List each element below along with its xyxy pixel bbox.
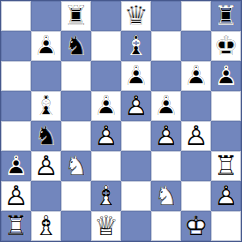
square-f5[interactable]: ♟♙ (151, 91, 181, 121)
black-pawn-fill-glyph: ♟ (151, 91, 181, 121)
white-pawn[interactable]: ♟♙ (91, 121, 121, 151)
square-c4[interactable] (61, 121, 91, 151)
square-b3[interactable]: ♟♙ (31, 151, 61, 181)
black-pawn-outline-glyph: ♙ (151, 91, 181, 121)
square-b5[interactable]: ♝♗ (31, 91, 61, 121)
black-pawn[interactable]: ♟♙ (1, 151, 31, 181)
white-pawn[interactable]: ♟♙ (31, 151, 61, 181)
white-pawn-fill-glyph: ♟ (1, 181, 31, 211)
white-bishop-fill-glyph: ♝ (91, 181, 121, 211)
white-bishop-outline-glyph: ♗ (91, 181, 121, 211)
square-a8[interactable] (1, 1, 31, 31)
black-pawn-outline-glyph: ♙ (91, 91, 121, 121)
square-f4[interactable]: ♟♙ (151, 121, 181, 151)
square-a4[interactable] (1, 121, 31, 151)
black-rook-outline-glyph: ♖ (211, 1, 241, 31)
black-pawn-fill-glyph: ♟ (181, 61, 211, 91)
square-b2[interactable] (31, 181, 61, 211)
white-rook-outline-glyph: ♖ (211, 151, 241, 181)
black-pawn[interactable]: ♟♙ (121, 61, 151, 91)
square-g1[interactable]: ♚♔ (181, 211, 211, 241)
white-bishop[interactable]: ♝♗ (31, 211, 61, 241)
white-bishop-fill-glyph: ♝ (31, 211, 61, 241)
white-rook-fill-glyph: ♜ (211, 151, 241, 181)
white-pawn[interactable]: ♟♙ (151, 121, 181, 151)
square-g8[interactable] (181, 1, 211, 31)
black-pawn-fill-glyph: ♟ (91, 91, 121, 121)
white-pawn-outline-glyph: ♙ (91, 121, 121, 151)
black-pawn-outline-glyph: ♙ (211, 61, 241, 91)
square-d5[interactable]: ♟♙ (91, 91, 121, 121)
white-pawn-fill-glyph: ♟ (91, 121, 121, 151)
square-e6[interactable]: ♟♙ (121, 61, 151, 91)
square-c1[interactable] (61, 211, 91, 241)
square-h1[interactable] (211, 211, 241, 241)
white-rook-fill-glyph: ♜ (1, 211, 31, 241)
black-pawn-fill-glyph: ♟ (31, 31, 61, 61)
square-g2[interactable] (181, 181, 211, 211)
white-pawn-outline-glyph: ♙ (31, 151, 61, 181)
square-b4[interactable]: ♞♘ (31, 121, 61, 151)
white-pawn-outline-glyph: ♙ (121, 91, 151, 121)
square-g4[interactable]: ♟♙ (181, 121, 211, 151)
black-rook[interactable]: ♜♖ (211, 1, 241, 31)
white-knight-outline-glyph: ♘ (61, 151, 91, 181)
square-e5[interactable]: ♟♙ (121, 91, 151, 121)
black-pawn-outline-glyph: ♙ (181, 61, 211, 91)
black-knight-fill-glyph: ♞ (31, 121, 61, 151)
black-pawn-fill-glyph: ♟ (1, 151, 31, 181)
square-c6[interactable] (61, 61, 91, 91)
black-king-fill-glyph: ♚ (211, 31, 241, 61)
square-f6[interactable] (151, 61, 181, 91)
black-pawn[interactable]: ♟♙ (181, 61, 211, 91)
square-e2[interactable] (121, 181, 151, 211)
black-bishop-fill-glyph: ♝ (31, 91, 61, 121)
square-g6[interactable]: ♟♙ (181, 61, 211, 91)
square-e4[interactable] (121, 121, 151, 151)
square-b8[interactable] (31, 1, 61, 31)
square-h3[interactable]: ♜♖ (211, 151, 241, 181)
square-b1[interactable]: ♝♗ (31, 211, 61, 241)
white-pawn[interactable]: ♟♙ (181, 121, 211, 151)
black-pawn-outline-glyph: ♙ (121, 61, 151, 91)
white-pawn-fill-glyph: ♟ (151, 121, 181, 151)
white-queen[interactable]: ♛♕ (91, 211, 121, 241)
square-h8[interactable]: ♜♖ (211, 1, 241, 31)
square-d8[interactable] (91, 1, 121, 31)
black-knight-outline-glyph: ♘ (31, 121, 61, 151)
white-pawn-outline-glyph: ♙ (211, 181, 241, 211)
chess-board: ♜♖♛♕♜♖♟♙♞♘♝♗♚♔♟♙♟♙♟♙♝♗♟♙♟♙♟♙♞♘♟♙♟♙♟♙♟♙♟♙… (0, 0, 242, 242)
square-c3[interactable]: ♞♘ (61, 151, 91, 181)
square-d4[interactable]: ♟♙ (91, 121, 121, 151)
black-queen-fill-glyph: ♛ (121, 1, 151, 31)
square-e8[interactable]: ♛♕ (121, 1, 151, 31)
black-pawn-fill-glyph: ♟ (121, 61, 151, 91)
white-pawn-outline-glyph: ♙ (181, 121, 211, 151)
square-f3[interactable] (151, 151, 181, 181)
white-bishop-outline-glyph: ♗ (31, 211, 61, 241)
white-pawn-fill-glyph: ♟ (121, 91, 151, 121)
square-a3[interactable]: ♟♙ (1, 151, 31, 181)
white-pawn-fill-glyph: ♟ (31, 151, 61, 181)
black-rook-fill-glyph: ♜ (61, 1, 91, 31)
square-h6[interactable]: ♟♙ (211, 61, 241, 91)
black-knight-fill-glyph: ♞ (61, 31, 91, 61)
square-a5[interactable] (1, 91, 31, 121)
square-c2[interactable] (61, 181, 91, 211)
square-g7[interactable] (181, 31, 211, 61)
square-g3[interactable] (181, 151, 211, 181)
black-pawn-fill-glyph: ♟ (211, 61, 241, 91)
white-rook[interactable]: ♜♖ (1, 211, 31, 241)
square-f7[interactable] (151, 31, 181, 61)
black-pawn-outline-glyph: ♙ (31, 31, 61, 61)
square-e1[interactable] (121, 211, 151, 241)
square-a1[interactable]: ♜♖ (1, 211, 31, 241)
board-grid: ♜♖♛♕♜♖♟♙♞♘♝♗♚♔♟♙♟♙♟♙♝♗♟♙♟♙♟♙♞♘♟♙♟♙♟♙♟♙♟♙… (0, 0, 242, 242)
square-h7[interactable]: ♚♔ (211, 31, 241, 61)
white-queen-fill-glyph: ♛ (91, 211, 121, 241)
square-e7[interactable]: ♝♗ (121, 31, 151, 61)
black-rook[interactable]: ♜♖ (61, 1, 91, 31)
square-a6[interactable] (1, 61, 31, 91)
square-d7[interactable] (91, 31, 121, 61)
square-a2[interactable]: ♟♙ (1, 181, 31, 211)
white-bishop[interactable]: ♝♗ (91, 181, 121, 211)
square-f1[interactable] (151, 211, 181, 241)
square-h4[interactable] (211, 121, 241, 151)
black-bishop[interactable]: ♝♗ (31, 91, 61, 121)
black-king-outline-glyph: ♔ (211, 31, 241, 61)
white-pawn[interactable]: ♟♙ (1, 181, 31, 211)
square-d1[interactable]: ♛♕ (91, 211, 121, 241)
black-pawn[interactable]: ♟♙ (151, 91, 181, 121)
white-knight-outline-glyph: ♘ (151, 181, 181, 211)
white-pawn-fill-glyph: ♟ (211, 181, 241, 211)
square-f8[interactable] (151, 1, 181, 31)
white-pawn-outline-glyph: ♙ (1, 181, 31, 211)
black-pawn[interactable]: ♟♙ (211, 61, 241, 91)
black-bishop[interactable]: ♝♗ (121, 31, 151, 61)
black-bishop-outline-glyph: ♗ (121, 31, 151, 61)
black-bishop-fill-glyph: ♝ (121, 31, 151, 61)
black-queen[interactable]: ♛♕ (121, 1, 151, 31)
black-knight-outline-glyph: ♘ (61, 31, 91, 61)
white-knight-fill-glyph: ♞ (151, 181, 181, 211)
square-c8[interactable]: ♜♖ (61, 1, 91, 31)
square-h5[interactable] (211, 91, 241, 121)
white-pawn-fill-glyph: ♟ (181, 121, 211, 151)
square-b6[interactable] (31, 61, 61, 91)
black-rook-fill-glyph: ♜ (211, 1, 241, 31)
black-pawn[interactable]: ♟♙ (31, 31, 61, 61)
square-a7[interactable] (1, 31, 31, 61)
square-c7[interactable]: ♞♘ (61, 31, 91, 61)
square-d3[interactable] (91, 151, 121, 181)
white-rook[interactable]: ♜♖ (211, 151, 241, 181)
black-knight[interactable]: ♞♘ (31, 121, 61, 151)
white-queen-outline-glyph: ♕ (91, 211, 121, 241)
white-knight[interactable]: ♞♘ (61, 151, 91, 181)
white-rook-outline-glyph: ♖ (1, 211, 31, 241)
white-pawn[interactable]: ♟♙ (211, 181, 241, 211)
white-king-outline-glyph: ♔ (181, 211, 211, 241)
square-d2[interactable]: ♝♗ (91, 181, 121, 211)
black-pawn[interactable]: ♟♙ (91, 91, 121, 121)
black-king[interactable]: ♚♔ (211, 31, 241, 61)
white-king-fill-glyph: ♚ (181, 211, 211, 241)
square-b7[interactable]: ♟♙ (31, 31, 61, 61)
square-g5[interactable] (181, 91, 211, 121)
white-king[interactable]: ♚♔ (181, 211, 211, 241)
black-pawn-outline-glyph: ♙ (1, 151, 31, 181)
square-h2[interactable]: ♟♙ (211, 181, 241, 211)
black-rook-outline-glyph: ♖ (61, 1, 91, 31)
black-bishop-outline-glyph: ♗ (31, 91, 61, 121)
white-pawn[interactable]: ♟♙ (121, 91, 151, 121)
white-pawn-outline-glyph: ♙ (151, 121, 181, 151)
square-d6[interactable] (91, 61, 121, 91)
black-queen-outline-glyph: ♕ (121, 1, 151, 31)
white-knight[interactable]: ♞♘ (151, 181, 181, 211)
square-f2[interactable]: ♞♘ (151, 181, 181, 211)
black-knight[interactable]: ♞♘ (61, 31, 91, 61)
white-knight-fill-glyph: ♞ (61, 151, 91, 181)
square-e3[interactable] (121, 151, 151, 181)
square-c5[interactable] (61, 91, 91, 121)
